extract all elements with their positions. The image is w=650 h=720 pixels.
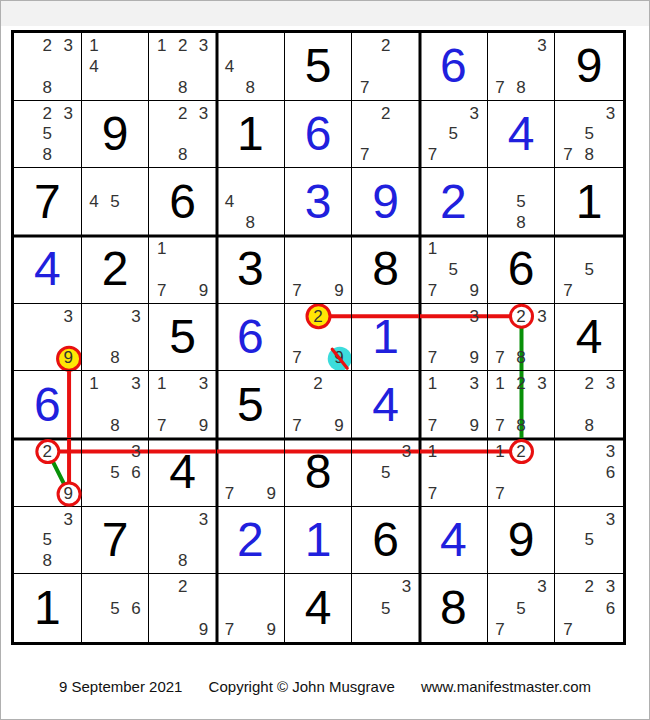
- candidate-digit: 1: [490, 373, 511, 394]
- candidates: 79: [219, 441, 282, 504]
- given-digit: 4: [285, 574, 352, 642]
- candidates: 1379: [422, 373, 485, 436]
- candidate-digit: 7: [557, 619, 578, 640]
- candidate-digit: 9: [261, 483, 282, 504]
- cell-r3c8[interactable]: 58: [488, 168, 556, 236]
- footer-date: 9 September 2021: [59, 678, 182, 695]
- candidate-digit: 8: [172, 77, 193, 98]
- cell-r3c2[interactable]: 45: [82, 168, 150, 236]
- solved-digit: 6: [14, 371, 81, 438]
- candidate-digit: 2: [172, 576, 193, 597]
- cell-r4c6[interactable]: 8: [352, 236, 420, 304]
- candidates: 29: [151, 576, 214, 640]
- candidate-digit: 8: [172, 144, 193, 165]
- cell-r7c1[interactable]: 29: [14, 439, 82, 507]
- candidate-digit: 5: [579, 259, 600, 280]
- candidate-digit: 4: [84, 56, 105, 77]
- candidate-digit: 5: [579, 124, 600, 145]
- candidates: 238: [557, 373, 621, 436]
- cell-r8c8[interactable]: 9: [488, 507, 556, 575]
- candidate-digit: 1: [84, 373, 105, 394]
- cell-r7c3[interactable]: 4: [149, 439, 217, 507]
- cell-r2c9[interactable]: 3578: [555, 101, 623, 169]
- candidate-digit: 2: [511, 306, 532, 327]
- candidates: 357: [422, 103, 485, 166]
- footer-copyright: Copyright © John Musgrave: [209, 678, 395, 695]
- candidates: 3578: [557, 103, 621, 166]
- cell-r6c7[interactable]: 1379: [420, 371, 488, 439]
- candidate-digit: 1: [84, 35, 105, 56]
- candidates: 238: [151, 103, 214, 166]
- candidate-digit: 8: [37, 144, 58, 165]
- cell-r6c1[interactable]: 6: [14, 371, 82, 439]
- candidates: 12378: [490, 373, 553, 436]
- cell-r7c4[interactable]: 79: [217, 439, 285, 507]
- candidate-digit: 1: [422, 373, 443, 394]
- candidate-digit: 2: [579, 373, 600, 394]
- candidate-digit: 3: [396, 576, 417, 597]
- candidate-digit: 3: [125, 306, 146, 327]
- candidates: 356: [84, 441, 147, 504]
- candidate-digit: 2: [308, 373, 329, 394]
- candidate-digit: 7: [151, 280, 172, 301]
- given-digit: 5: [285, 33, 352, 100]
- cell-r1c4[interactable]: 48: [217, 33, 285, 101]
- candidates: 379: [422, 306, 485, 369]
- candidates: 79: [219, 576, 282, 640]
- given-digit: 1: [14, 574, 81, 642]
- given-digit: 8: [285, 439, 352, 506]
- candidate-digit: 3: [396, 441, 417, 462]
- candidate-digit: 5: [375, 598, 396, 619]
- candidate-digit: 2: [37, 103, 58, 124]
- cell-r5c2[interactable]: 38: [82, 304, 150, 372]
- given-digit: 9: [488, 507, 555, 574]
- candidate-digit: 9: [58, 347, 79, 368]
- cell-r6c9[interactable]: 238: [555, 371, 623, 439]
- cell-r9c8[interactable]: 357: [488, 574, 556, 642]
- candidate-digit: 3: [193, 103, 214, 124]
- candidates: 179: [151, 238, 214, 301]
- candidates: 2367: [557, 576, 621, 640]
- candidates: 14: [84, 35, 147, 98]
- candidates: 35: [557, 509, 621, 572]
- cell-r8c2[interactable]: 7: [82, 507, 150, 575]
- candidate-digit: 7: [490, 77, 511, 98]
- candidates: 39: [16, 306, 79, 369]
- candidate-digit: 5: [105, 462, 126, 483]
- cell-r2c4[interactable]: 1: [217, 101, 285, 169]
- cell-r9c9[interactable]: 2367: [555, 574, 623, 642]
- candidate-digit: 3: [464, 103, 485, 124]
- cell-r1c7[interactable]: 6: [420, 33, 488, 101]
- given-digit: 5: [217, 371, 284, 438]
- given-digit: 8: [352, 236, 419, 303]
- cell-r2c8[interactable]: 4: [488, 101, 556, 169]
- solved-digit: 4: [420, 507, 487, 574]
- candidate-digit: 8: [511, 415, 532, 436]
- solved-digit: 4: [14, 236, 81, 303]
- footer: 9 September 2021 Copyright © John Musgra…: [1, 679, 649, 695]
- candidates: 48: [219, 170, 282, 233]
- candidate-digit: 8: [511, 347, 532, 368]
- cell-r3c6[interactable]: 9: [352, 168, 420, 236]
- candidate-digit: 7: [354, 77, 375, 98]
- candidate-digit: 7: [219, 619, 240, 640]
- candidate-digit: 9: [193, 619, 214, 640]
- candidate-digit: 9: [328, 347, 349, 368]
- candidate-digit: 2: [37, 35, 58, 56]
- cell-r1c8[interactable]: 378: [488, 33, 556, 101]
- candidates: 27: [354, 103, 417, 166]
- cell-r7c8[interactable]: 127: [488, 439, 556, 507]
- candidate-digit: 9: [464, 347, 485, 368]
- candidate-digit: 9: [464, 280, 485, 301]
- cell-r8c7[interactable]: 4: [420, 507, 488, 575]
- candidate-digit: 7: [354, 144, 375, 165]
- given-digit: 7: [14, 168, 81, 235]
- candidate-digit: 8: [240, 77, 261, 98]
- candidate-digit: 8: [511, 212, 532, 233]
- candidate-digit: 7: [422, 415, 443, 436]
- candidates: 56: [84, 576, 147, 640]
- candidate-digit: 4: [84, 191, 105, 212]
- cell-r9c6[interactable]: 35: [352, 574, 420, 642]
- candidates: 378: [490, 35, 553, 98]
- candidate-digit: 9: [328, 280, 349, 301]
- candidate-digit: 5: [375, 462, 396, 483]
- cell-r8c6[interactable]: 6: [352, 507, 420, 575]
- candidates: 138: [84, 373, 147, 436]
- cell-r9c4[interactable]: 79: [217, 574, 285, 642]
- candidate-digit: 3: [600, 576, 621, 597]
- cell-r6c4[interactable]: 5: [217, 371, 285, 439]
- candidate-digit: 3: [58, 306, 79, 327]
- candidates: 36: [557, 441, 621, 504]
- solved-digit: 9: [352, 168, 419, 235]
- candidates: 127: [490, 441, 553, 504]
- cell-r6c5[interactable]: 279: [285, 371, 353, 439]
- cell-r5c4[interactable]: 6: [217, 304, 285, 372]
- candidates: 29: [16, 441, 79, 504]
- sudoku-grid: 2381412384852763789235892381627357435787…: [14, 33, 623, 642]
- candidate-digit: 2: [172, 103, 193, 124]
- candidate-digit: 3: [193, 35, 214, 56]
- cell-r9c5[interactable]: 4: [285, 574, 353, 642]
- given-digit: 4: [149, 439, 216, 506]
- candidate-digit: 5: [37, 530, 58, 551]
- given-digit: 1: [555, 168, 623, 235]
- candidate-digit: 8: [511, 77, 532, 98]
- candidate-digit: 1: [151, 373, 172, 394]
- candidate-digit: 6: [125, 598, 146, 619]
- solved-digit: 2: [420, 168, 487, 235]
- cell-r3c3[interactable]: 6: [149, 168, 217, 236]
- cell-r3c4[interactable]: 48: [217, 168, 285, 236]
- candidate-digit: 1: [490, 441, 511, 462]
- cell-r1c3[interactable]: 1238: [149, 33, 217, 101]
- candidate-digit: 3: [600, 373, 621, 394]
- cell-r5c9[interactable]: 4: [555, 304, 623, 372]
- cell-r9c7[interactable]: 8: [420, 574, 488, 642]
- candidate-digit: 5: [105, 598, 126, 619]
- cell-r5c3[interactable]: 5: [149, 304, 217, 372]
- candidates: 58: [490, 170, 553, 233]
- candidate-digit: 2: [308, 306, 329, 327]
- candidate-digit: 3: [531, 35, 552, 56]
- candidate-digit: 8: [579, 144, 600, 165]
- candidate-digit: 3: [58, 35, 79, 56]
- cell-r4c1[interactable]: 4: [14, 236, 82, 304]
- candidates: 38: [151, 509, 214, 572]
- candidate-digit: 7: [422, 280, 443, 301]
- candidate-digit: 1: [422, 441, 443, 462]
- candidate-digit: 3: [193, 373, 214, 394]
- given-digit: 6: [149, 168, 216, 235]
- candidate-digit: 8: [240, 212, 261, 233]
- candidate-digit: 7: [151, 415, 172, 436]
- candidate-digit: 3: [125, 373, 146, 394]
- cell-r5c6[interactable]: 1: [352, 304, 420, 372]
- candidate-digit: 2: [375, 35, 396, 56]
- candidate-digit: 7: [557, 144, 578, 165]
- candidate-digit: 8: [37, 550, 58, 571]
- cell-r1c5[interactable]: 5: [285, 33, 353, 101]
- given-digit: 9: [555, 33, 623, 100]
- given-digit: 9: [82, 101, 149, 168]
- given-digit: 7: [82, 507, 149, 574]
- candidate-digit: 9: [261, 619, 282, 640]
- candidate-digit: 3: [531, 306, 552, 327]
- candidate-digit: 4: [219, 56, 240, 77]
- cell-r4c5[interactable]: 79: [285, 236, 353, 304]
- candidate-digit: 4: [219, 191, 240, 212]
- candidates: 35: [354, 441, 417, 504]
- candidate-digit: 3: [58, 509, 79, 530]
- candidates: 279: [287, 306, 350, 369]
- candidates: 57: [557, 238, 621, 301]
- cell-r4c7[interactable]: 1579: [420, 236, 488, 304]
- cell-r9c2[interactable]: 56: [82, 574, 150, 642]
- footer-site-link[interactable]: www.manifestmaster.com: [421, 678, 591, 695]
- candidates: 17: [422, 441, 485, 504]
- candidates: 1238: [151, 35, 214, 98]
- candidates: 35: [354, 576, 417, 640]
- cell-r8c3[interactable]: 38: [149, 507, 217, 575]
- candidate-digit: 3: [193, 509, 214, 530]
- candidates: 79: [287, 238, 350, 301]
- given-digit: 6: [352, 507, 419, 574]
- candidate-digit: 5: [37, 124, 58, 145]
- candidates: 357: [490, 576, 553, 640]
- candidate-digit: 5: [443, 124, 464, 145]
- cell-r2c3[interactable]: 238: [149, 101, 217, 169]
- candidate-digit: 7: [490, 619, 511, 640]
- candidate-digit: 1: [151, 35, 172, 56]
- candidate-digit: 7: [287, 415, 308, 436]
- candidate-digit: 5: [511, 598, 532, 619]
- candidate-digit: 2: [172, 35, 193, 56]
- cell-r8c4[interactable]: 2: [217, 507, 285, 575]
- candidate-digit: 7: [219, 483, 240, 504]
- cell-r3c7[interactable]: 2: [420, 168, 488, 236]
- cell-r1c2[interactable]: 14: [82, 33, 150, 101]
- given-digit: 8: [420, 574, 487, 642]
- candidate-digit: 7: [490, 483, 511, 504]
- candidate-digit: 3: [600, 509, 621, 530]
- candidates: 38: [84, 306, 147, 369]
- cell-r7c2[interactable]: 356: [82, 439, 150, 507]
- cell-r8c1[interactable]: 358: [14, 507, 82, 575]
- candidate-digit: 8: [172, 550, 193, 571]
- candidate-digit: 9: [328, 415, 349, 436]
- cell-r2c7[interactable]: 357: [420, 101, 488, 169]
- solved-digit: 6: [285, 101, 352, 168]
- cell-r4c4[interactable]: 3: [217, 236, 285, 304]
- candidate-digit: 2: [375, 103, 396, 124]
- candidate-digit: 7: [422, 347, 443, 368]
- candidates: 358: [16, 509, 79, 572]
- solved-digit: 1: [352, 304, 419, 371]
- candidate-digit: 3: [464, 373, 485, 394]
- cell-r5c5[interactable]: 279: [285, 304, 353, 372]
- candidate-digit: 1: [151, 238, 172, 259]
- candidate-digit: 6: [600, 462, 621, 483]
- cell-r8c9[interactable]: 35: [555, 507, 623, 575]
- cell-r9c1[interactable]: 1: [14, 574, 82, 642]
- candidates: 1579: [422, 238, 485, 301]
- given-digit: 6: [488, 236, 555, 303]
- candidate-digit: 7: [557, 280, 578, 301]
- candidate-digit: 3: [531, 576, 552, 597]
- cell-r7c7[interactable]: 17: [420, 439, 488, 507]
- cell-r6c6[interactable]: 4: [352, 371, 420, 439]
- candidate-digit: 6: [125, 462, 146, 483]
- given-digit: 3: [217, 236, 284, 303]
- cell-r5c1[interactable]: 39: [14, 304, 82, 372]
- candidate-digit: 3: [125, 441, 146, 462]
- candidate-digit: 9: [464, 415, 485, 436]
- cell-r8c5[interactable]: 1: [285, 507, 353, 575]
- candidates: 1379: [151, 373, 214, 436]
- cell-r6c3[interactable]: 1379: [149, 371, 217, 439]
- candidate-digit: 2: [511, 441, 532, 462]
- candidate-digit: 7: [490, 347, 511, 368]
- cell-r6c2[interactable]: 138: [82, 371, 150, 439]
- cell-r7c6[interactable]: 35: [352, 439, 420, 507]
- candidate-digit: 7: [287, 280, 308, 301]
- given-digit: 4: [555, 304, 623, 371]
- solved-digit: 3: [285, 168, 352, 235]
- candidate-digit: 2: [579, 576, 600, 597]
- cell-r5c7[interactable]: 379: [420, 304, 488, 372]
- cell-r1c9[interactable]: 9: [555, 33, 623, 101]
- cell-r3c5[interactable]: 3: [285, 168, 353, 236]
- cell-r4c2[interactable]: 2: [82, 236, 150, 304]
- candidate-digit: 3: [600, 441, 621, 462]
- candidate-digit: 8: [37, 77, 58, 98]
- candidate-digit: 7: [490, 415, 511, 436]
- candidate-digit: 1: [422, 238, 443, 259]
- cell-r4c3[interactable]: 179: [149, 236, 217, 304]
- candidates: 2378: [490, 306, 553, 369]
- candidate-digit: 6: [600, 598, 621, 619]
- candidate-digit: 9: [193, 280, 214, 301]
- solved-digit: 4: [488, 101, 555, 168]
- cell-r2c2[interactable]: 9: [82, 101, 150, 169]
- candidate-digit: 3: [600, 103, 621, 124]
- solved-digit: 6: [217, 304, 284, 371]
- solved-digit: 1: [285, 507, 352, 574]
- candidates: 2358: [16, 103, 79, 166]
- cell-r6c8[interactable]: 12378: [488, 371, 556, 439]
- candidate-digit: 7: [422, 144, 443, 165]
- candidate-digit: 7: [422, 483, 443, 504]
- cell-r3c1[interactable]: 7: [14, 168, 82, 236]
- candidates: 238: [16, 35, 79, 98]
- solved-digit: 4: [352, 371, 419, 438]
- candidate-digit: 2: [511, 373, 532, 394]
- candidate-digit: 3: [531, 373, 552, 394]
- cell-r2c1[interactable]: 2358: [14, 101, 82, 169]
- candidate-digit: 7: [287, 347, 308, 368]
- cell-r7c9[interactable]: 36: [555, 439, 623, 507]
- page: 2381412384852763789235892381627357435787…: [0, 0, 650, 720]
- cell-r1c1[interactable]: 238: [14, 33, 82, 101]
- given-digit: 2: [82, 236, 149, 303]
- candidate-digit: 3: [464, 306, 485, 327]
- candidate-digit: 8: [579, 415, 600, 436]
- candidate-digit: 5: [579, 530, 600, 551]
- solved-digit: 6: [420, 33, 487, 100]
- solved-digit: 2: [217, 507, 284, 574]
- cell-r3c9[interactable]: 1: [555, 168, 623, 236]
- candidate-digit: 2: [37, 441, 58, 462]
- cell-r5c8[interactable]: 2378: [488, 304, 556, 372]
- cell-r7c5[interactable]: 8: [285, 439, 353, 507]
- candidates: 279: [287, 373, 350, 436]
- given-digit: 1: [217, 101, 284, 168]
- cell-r4c9[interactable]: 57: [555, 236, 623, 304]
- sudoku-board: 2381412384852763789235892381627357435787…: [11, 30, 626, 645]
- candidates: 48: [219, 35, 282, 98]
- cell-r1c6[interactable]: 27: [352, 33, 420, 101]
- candidate-digit: 5: [511, 191, 532, 212]
- cell-r4c8[interactable]: 6: [488, 236, 556, 304]
- candidate-digit: 5: [443, 259, 464, 280]
- candidates: 45: [84, 170, 147, 233]
- given-digit: 5: [149, 304, 216, 371]
- candidate-digit: 5: [105, 191, 126, 212]
- candidate-digit: 8: [105, 347, 126, 368]
- candidate-digit: 9: [193, 415, 214, 436]
- candidate-digit: 8: [105, 415, 126, 436]
- cell-r2c6[interactable]: 27: [352, 101, 420, 169]
- cell-r2c5[interactable]: 6: [285, 101, 353, 169]
- candidates: 27: [354, 35, 417, 98]
- candidate-digit: 3: [58, 103, 79, 124]
- candidate-digit: 9: [58, 483, 79, 504]
- top-strip: [1, 1, 649, 26]
- cell-r9c3[interactable]: 29: [149, 574, 217, 642]
